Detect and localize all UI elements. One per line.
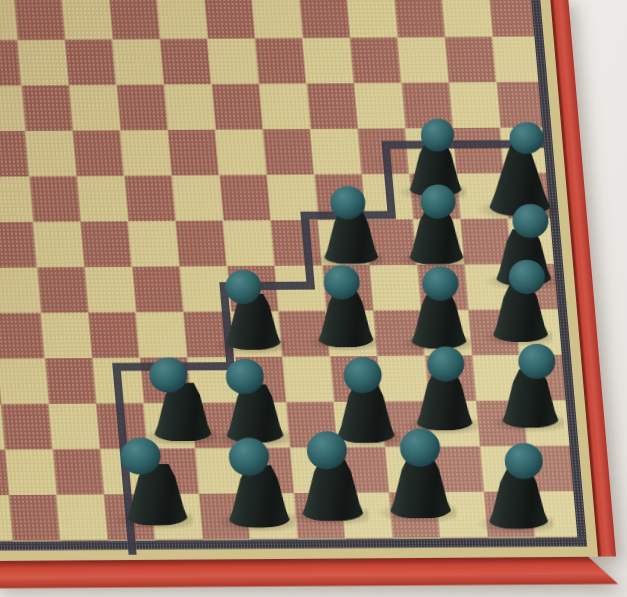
game-piece[interactable] bbox=[488, 443, 549, 529]
piece-cone-body bbox=[225, 294, 281, 350]
game-piece[interactable] bbox=[323, 186, 379, 264]
piece-ball-head bbox=[307, 431, 347, 469]
piece-ball-head bbox=[420, 118, 454, 151]
piece-ball-head bbox=[422, 266, 458, 301]
piece-ball-head bbox=[518, 344, 555, 380]
piece-ball-head bbox=[225, 270, 261, 304]
game-piece[interactable] bbox=[226, 359, 285, 443]
piece-ball-head bbox=[330, 186, 365, 219]
game-piece[interactable] bbox=[389, 429, 452, 519]
piece-cone-body bbox=[228, 465, 290, 528]
game-piece[interactable] bbox=[153, 357, 212, 441]
game-piece[interactable] bbox=[301, 431, 364, 521]
game-piece[interactable] bbox=[411, 266, 468, 348]
piece-ball-head bbox=[121, 438, 161, 475]
piece-ball-head bbox=[512, 204, 548, 239]
game-piece[interactable] bbox=[415, 346, 473, 430]
piece-ball-head bbox=[229, 438, 269, 476]
piece-ball-head bbox=[427, 346, 464, 382]
game-piece[interactable] bbox=[492, 260, 549, 342]
piece-ball-head bbox=[504, 443, 543, 479]
board-photo-stage bbox=[0, 0, 627, 597]
game-board bbox=[0, 0, 627, 597]
game-piece[interactable] bbox=[225, 270, 282, 350]
game-piece[interactable] bbox=[501, 344, 559, 428]
game-piece[interactable] bbox=[317, 265, 374, 347]
piece-cone-body bbox=[226, 384, 284, 443]
game-piece[interactable] bbox=[126, 437, 189, 525]
piece-ball-head bbox=[420, 184, 455, 218]
large-game-piece[interactable] bbox=[488, 122, 551, 216]
game-piece[interactable] bbox=[228, 438, 291, 528]
piece-ball-head bbox=[400, 429, 440, 467]
pieces-layer bbox=[0, 0, 627, 597]
piece-ball-head bbox=[509, 260, 545, 295]
game-piece[interactable] bbox=[408, 184, 464, 264]
piece-ball-head bbox=[510, 122, 544, 154]
